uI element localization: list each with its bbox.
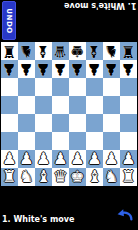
square-b6[interactable] (18, 78, 35, 96)
square-e7[interactable]: ♟ (69, 60, 86, 78)
square-c1[interactable]: ♝ (35, 168, 52, 186)
undo-button[interactable]: UNDO (2, 1, 16, 40)
square-c3[interactable] (35, 132, 52, 150)
white-pawn: ♟ (53, 151, 67, 167)
chess-board[interactable]: ♜♞♝♛♚♝♞♜♟♟♟♟♟♟♟♟♟♟♟♟♟♟♟♟♜♞♝♛♚♝♞♜ (1, 42, 137, 186)
square-h8[interactable]: ♜ (120, 42, 137, 60)
square-c4[interactable] (35, 114, 52, 132)
square-d1[interactable]: ♛ (52, 168, 69, 186)
white-pawn: ♟ (121, 151, 135, 167)
white-rook: ♜ (2, 169, 16, 185)
square-a7[interactable]: ♟ (1, 60, 18, 78)
square-g7[interactable]: ♟ (103, 60, 120, 78)
undo-arrow-icon[interactable] (116, 206, 134, 223)
square-h4[interactable] (120, 114, 137, 132)
square-b2[interactable]: ♟ (18, 150, 35, 168)
white-bishop: ♝ (36, 169, 50, 185)
square-f1[interactable]: ♝ (86, 168, 103, 186)
undo-button-label: UNDO (5, 8, 13, 33)
white-knight: ♞ (104, 169, 118, 185)
white-pawn: ♟ (19, 151, 33, 167)
white-rook: ♜ (121, 169, 135, 185)
black-queen: ♛ (53, 43, 67, 59)
white-knight: ♞ (19, 169, 33, 185)
square-a4[interactable] (1, 114, 18, 132)
square-b8[interactable]: ♞ (18, 42, 35, 60)
white-pawn: ♟ (104, 151, 118, 167)
square-g6[interactable] (103, 78, 120, 96)
black-knight: ♞ (104, 43, 118, 59)
white-king: ♚ (70, 169, 84, 185)
square-f6[interactable] (86, 78, 103, 96)
square-a3[interactable] (1, 132, 18, 150)
white-pawn: ♟ (36, 151, 50, 167)
black-bishop: ♝ (87, 43, 101, 59)
square-h1[interactable]: ♜ (120, 168, 137, 186)
square-g3[interactable] (103, 132, 120, 150)
square-e4[interactable] (69, 114, 86, 132)
black-pawn: ♟ (104, 61, 118, 77)
square-h2[interactable]: ♟ (120, 150, 137, 168)
square-e3[interactable] (69, 132, 86, 150)
square-f5[interactable] (86, 96, 103, 114)
black-rook: ♜ (121, 43, 135, 59)
square-f3[interactable] (86, 132, 103, 150)
opponent-status-text: 1. White's move (64, 1, 136, 10)
square-a6[interactable] (1, 78, 18, 96)
square-f4[interactable] (86, 114, 103, 132)
square-c7[interactable]: ♟ (35, 60, 52, 78)
black-knight: ♞ (19, 43, 33, 59)
black-pawn: ♟ (87, 61, 101, 77)
square-b4[interactable] (18, 114, 35, 132)
white-pawn: ♟ (70, 151, 84, 167)
black-pawn: ♟ (53, 61, 67, 77)
square-c2[interactable]: ♟ (35, 150, 52, 168)
white-pawn: ♟ (2, 151, 16, 167)
square-b5[interactable] (18, 96, 35, 114)
square-a2[interactable]: ♟ (1, 150, 18, 168)
square-g8[interactable]: ♞ (103, 42, 120, 60)
square-e2[interactable]: ♟ (69, 150, 86, 168)
square-h3[interactable] (120, 132, 137, 150)
square-h5[interactable] (120, 96, 137, 114)
square-a1[interactable]: ♜ (1, 168, 18, 186)
black-bishop: ♝ (36, 43, 50, 59)
square-f7[interactable]: ♟ (86, 60, 103, 78)
square-c6[interactable] (35, 78, 52, 96)
square-b7[interactable]: ♟ (18, 60, 35, 78)
black-king: ♚ (70, 43, 84, 59)
square-d8[interactable]: ♛ (52, 42, 69, 60)
square-d6[interactable] (52, 78, 69, 96)
square-a8[interactable]: ♜ (1, 42, 18, 60)
square-b3[interactable] (18, 132, 35, 150)
white-queen: ♛ (53, 169, 67, 185)
square-c5[interactable] (35, 96, 52, 114)
square-e8[interactable]: ♚ (69, 42, 86, 60)
white-bishop: ♝ (87, 169, 101, 185)
status-text: 1. White's move (2, 215, 74, 224)
square-g2[interactable]: ♟ (103, 150, 120, 168)
black-pawn: ♟ (2, 61, 16, 77)
black-pawn: ♟ (70, 61, 84, 77)
square-e6[interactable] (69, 78, 86, 96)
black-pawn: ♟ (19, 61, 33, 77)
square-h7[interactable]: ♟ (120, 60, 137, 78)
square-d3[interactable] (52, 132, 69, 150)
square-e1[interactable]: ♚ (69, 168, 86, 186)
white-pawn: ♟ (87, 151, 101, 167)
black-pawn: ♟ (121, 61, 135, 77)
square-g1[interactable]: ♞ (103, 168, 120, 186)
square-f2[interactable]: ♟ (86, 150, 103, 168)
square-h6[interactable] (120, 78, 137, 96)
square-d7[interactable]: ♟ (52, 60, 69, 78)
square-b1[interactable]: ♞ (18, 168, 35, 186)
square-d2[interactable]: ♟ (52, 150, 69, 168)
square-e5[interactable] (69, 96, 86, 114)
square-g4[interactable] (103, 114, 120, 132)
square-f8[interactable]: ♝ (86, 42, 103, 60)
black-rook: ♜ (2, 43, 16, 59)
black-pawn: ♟ (36, 61, 50, 77)
square-c8[interactable]: ♝ (35, 42, 52, 60)
square-d4[interactable] (52, 114, 69, 132)
square-a5[interactable] (1, 96, 18, 114)
square-g5[interactable] (103, 96, 120, 114)
square-d5[interactable] (52, 96, 69, 114)
